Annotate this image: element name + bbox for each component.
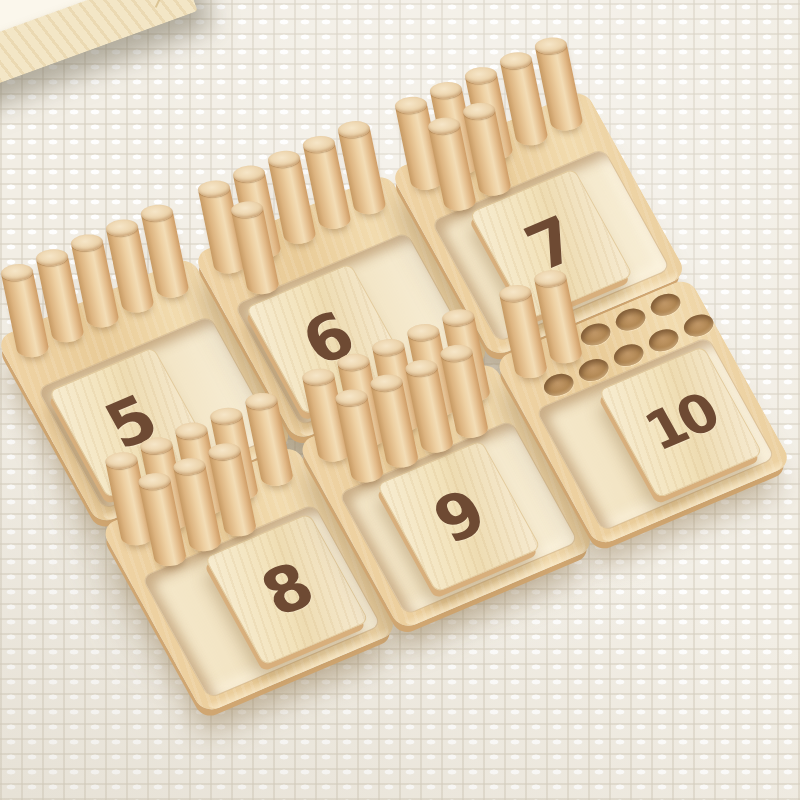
peg-slot bbox=[678, 308, 719, 342]
empty-peg-hole[interactable] bbox=[647, 290, 685, 320]
peg-slot bbox=[251, 455, 292, 489]
empty-peg-hole[interactable] bbox=[612, 304, 650, 334]
peg-slot bbox=[575, 317, 616, 351]
frame-inner-panel bbox=[0, 0, 136, 96]
peg-slot bbox=[144, 535, 185, 569]
peg-slot bbox=[411, 421, 452, 455]
peg-slot bbox=[179, 520, 220, 554]
peg-slot bbox=[7, 326, 48, 360]
peg-slot bbox=[237, 263, 278, 297]
photo-scene: 5 6 7 bbox=[0, 0, 800, 800]
tile-number-10: 10 bbox=[634, 381, 727, 463]
peg-row-front bbox=[237, 263, 278, 297]
peg-slot bbox=[610, 302, 651, 336]
tile-number-9: 9 bbox=[421, 475, 496, 557]
peg-slot bbox=[505, 347, 546, 381]
peg-slot bbox=[308, 198, 349, 232]
empty-peg-hole[interactable] bbox=[680, 310, 718, 340]
peg-slot bbox=[505, 114, 546, 148]
empty-peg-hole[interactable] bbox=[577, 319, 615, 349]
peg-slot bbox=[469, 165, 510, 199]
peg-slot bbox=[146, 266, 187, 300]
peg-slot bbox=[343, 183, 384, 217]
peg-slot bbox=[111, 281, 152, 315]
peg-slot bbox=[540, 99, 581, 133]
peg-slot bbox=[341, 451, 382, 485]
peg-slot bbox=[645, 287, 686, 321]
wooden-frame-corner bbox=[0, 0, 198, 158]
peg-slot bbox=[540, 332, 581, 366]
frame-mitre-joint bbox=[155, 0, 185, 8]
peg-slot bbox=[41, 311, 82, 345]
peg-slot bbox=[434, 179, 475, 213]
peg-slot bbox=[76, 296, 117, 330]
peg-slot bbox=[446, 407, 487, 441]
tile-number-8: 8 bbox=[249, 549, 324, 631]
peg-slot bbox=[376, 436, 417, 470]
peg-slot bbox=[214, 505, 255, 539]
peg-slot bbox=[273, 213, 314, 247]
